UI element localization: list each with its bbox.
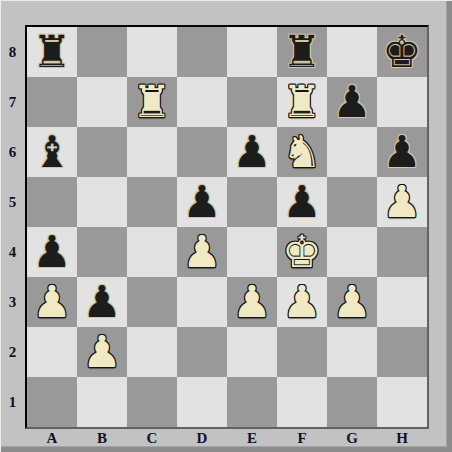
- white-pawn-piece[interactable]: ♟: [182, 227, 221, 277]
- black-rook-piece[interactable]: ♜: [32, 27, 71, 77]
- square-d8[interactable]: [177, 27, 227, 77]
- square-c8[interactable]: [127, 27, 177, 77]
- rank-labels: 87654321: [0, 27, 25, 427]
- square-d1[interactable]: [177, 377, 227, 427]
- square-h6[interactable]: ♟: [377, 127, 427, 177]
- black-pawn-piece[interactable]: ♟: [32, 227, 71, 277]
- square-c7[interactable]: ♜: [127, 77, 177, 127]
- square-a7[interactable]: [27, 77, 77, 127]
- square-f7[interactable]: ♜: [277, 77, 327, 127]
- square-f3[interactable]: ♟: [277, 277, 327, 327]
- square-b6[interactable]: [77, 127, 127, 177]
- square-g8[interactable]: [327, 27, 377, 77]
- square-e8[interactable]: [227, 27, 277, 77]
- chess-board: ♜♜♚♜♜♟♝♟♞♟♟♟♟♟♟♚♟♟♟♟♟♟: [27, 27, 427, 427]
- rank-label-2: 2: [0, 327, 25, 377]
- square-g7[interactable]: ♟: [327, 77, 377, 127]
- square-d4[interactable]: ♟: [177, 227, 227, 277]
- square-c1[interactable]: [127, 377, 177, 427]
- white-pawn-piece[interactable]: ♟: [382, 177, 421, 227]
- black-bishop-piece[interactable]: ♝: [32, 127, 71, 177]
- square-e1[interactable]: [227, 377, 277, 427]
- square-d2[interactable]: [177, 327, 227, 377]
- black-king-piece[interactable]: ♚: [382, 27, 421, 77]
- rank-label-1: 1: [0, 377, 25, 427]
- square-a3[interactable]: ♟: [27, 277, 77, 327]
- square-c5[interactable]: [127, 177, 177, 227]
- square-b5[interactable]: [77, 177, 127, 227]
- file-label-h: H: [377, 428, 427, 448]
- square-c3[interactable]: [127, 277, 177, 327]
- black-pawn-piece[interactable]: ♟: [82, 277, 121, 327]
- square-h5[interactable]: ♟: [377, 177, 427, 227]
- square-a5[interactable]: [27, 177, 77, 227]
- square-c6[interactable]: [127, 127, 177, 177]
- chess-app-panel: 87654321 ♜♜♚♜♜♟♝♟♞♟♟♟♟♟♟♚♟♟♟♟♟♟ ABCDEFGH: [0, 0, 452, 452]
- square-b1[interactable]: [77, 377, 127, 427]
- white-pawn-piece[interactable]: ♟: [282, 277, 321, 327]
- black-pawn-piece[interactable]: ♟: [282, 177, 321, 227]
- white-rook-piece[interactable]: ♜: [282, 77, 321, 127]
- rank-label-4: 4: [0, 227, 25, 277]
- square-f6[interactable]: ♞: [277, 127, 327, 177]
- file-labels: ABCDEFGH: [27, 428, 427, 448]
- square-e5[interactable]: [227, 177, 277, 227]
- white-pawn-piece[interactable]: ♟: [82, 327, 121, 377]
- square-e2[interactable]: [227, 327, 277, 377]
- white-king-piece[interactable]: ♚: [282, 227, 321, 277]
- square-b3[interactable]: ♟: [77, 277, 127, 327]
- black-pawn-piece[interactable]: ♟: [332, 77, 371, 127]
- square-g5[interactable]: [327, 177, 377, 227]
- square-h4[interactable]: [377, 227, 427, 277]
- square-g4[interactable]: [327, 227, 377, 277]
- white-pawn-piece[interactable]: ♟: [32, 277, 71, 327]
- square-a2[interactable]: [27, 327, 77, 377]
- square-b8[interactable]: [77, 27, 127, 77]
- square-e3[interactable]: ♟: [227, 277, 277, 327]
- square-b2[interactable]: ♟: [77, 327, 127, 377]
- file-label-b: B: [77, 428, 127, 448]
- square-g3[interactable]: ♟: [327, 277, 377, 327]
- rank-label-7: 7: [0, 77, 25, 127]
- square-h7[interactable]: [377, 77, 427, 127]
- rank-label-5: 5: [0, 177, 25, 227]
- black-rook-piece[interactable]: ♜: [282, 27, 321, 77]
- square-d7[interactable]: [177, 77, 227, 127]
- square-a6[interactable]: ♝: [27, 127, 77, 177]
- square-d5[interactable]: ♟: [177, 177, 227, 227]
- white-knight-piece[interactable]: ♞: [282, 127, 321, 177]
- square-c4[interactable]: [127, 227, 177, 277]
- square-e4[interactable]: [227, 227, 277, 277]
- square-b7[interactable]: [77, 77, 127, 127]
- square-g6[interactable]: [327, 127, 377, 177]
- square-d6[interactable]: [177, 127, 227, 177]
- file-label-g: G: [327, 428, 377, 448]
- rank-label-3: 3: [0, 277, 25, 327]
- board-frame: ♜♜♚♜♜♟♝♟♞♟♟♟♟♟♟♚♟♟♟♟♟♟: [25, 25, 429, 429]
- square-a1[interactable]: [27, 377, 77, 427]
- black-pawn-piece[interactable]: ♟: [382, 127, 421, 177]
- square-h8[interactable]: ♚: [377, 27, 427, 77]
- square-h2[interactable]: [377, 327, 427, 377]
- white-pawn-piece[interactable]: ♟: [332, 277, 371, 327]
- square-f4[interactable]: ♚: [277, 227, 327, 277]
- square-h3[interactable]: [377, 277, 427, 327]
- square-a4[interactable]: ♟: [27, 227, 77, 277]
- black-pawn-piece[interactable]: ♟: [182, 177, 221, 227]
- rank-label-8: 8: [0, 27, 25, 77]
- file-label-e: E: [227, 428, 277, 448]
- square-a8[interactable]: ♜: [27, 27, 77, 77]
- square-f2[interactable]: [277, 327, 327, 377]
- square-h1[interactable]: [377, 377, 427, 427]
- square-f5[interactable]: ♟: [277, 177, 327, 227]
- square-b4[interactable]: [77, 227, 127, 277]
- square-e7[interactable]: [227, 77, 277, 127]
- file-label-f: F: [277, 428, 327, 448]
- square-g1[interactable]: [327, 377, 377, 427]
- square-f8[interactable]: ♜: [277, 27, 327, 77]
- square-c2[interactable]: [127, 327, 177, 377]
- square-g2[interactable]: [327, 327, 377, 377]
- square-e6[interactable]: ♟: [227, 127, 277, 177]
- rank-label-6: 6: [0, 127, 25, 177]
- file-label-a: A: [27, 428, 77, 448]
- white-pawn-piece[interactable]: ♟: [232, 277, 271, 327]
- square-d3[interactable]: [177, 277, 227, 327]
- file-label-d: D: [177, 428, 227, 448]
- file-label-c: C: [127, 428, 177, 448]
- black-pawn-piece[interactable]: ♟: [232, 127, 271, 177]
- square-f1[interactable]: [277, 377, 327, 427]
- white-rook-piece[interactable]: ♜: [132, 77, 171, 127]
